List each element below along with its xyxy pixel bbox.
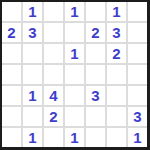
cell-r4c7[interactable]	[128, 65, 147, 84]
cell-r7c7-clue: 1	[128, 128, 147, 147]
cell-r5c2-clue: 1	[23, 86, 42, 105]
cell-r1c1[interactable]	[2, 2, 21, 21]
cell-r6c1[interactable]	[2, 107, 21, 126]
cell-r7c5[interactable]	[86, 128, 105, 147]
cell-r1c2-clue: 1	[23, 2, 42, 21]
cell-r3c4-clue: 1	[65, 44, 84, 63]
cell-r6c7-clue: 3	[128, 107, 147, 126]
cell-r4c4[interactable]	[65, 65, 84, 84]
cell-r7c6[interactable]	[107, 128, 126, 147]
cell-r3c3[interactable]	[44, 44, 63, 63]
cell-r2c2-clue: 3	[23, 23, 42, 42]
cell-r5c7[interactable]	[128, 86, 147, 105]
cell-r4c6[interactable]	[107, 65, 126, 84]
cell-r5c4[interactable]	[65, 86, 84, 105]
cell-r2c1-clue: 2	[2, 23, 21, 42]
cell-r2c7[interactable]	[128, 23, 147, 42]
cell-r7c4-clue: 1	[65, 128, 84, 147]
cell-r2c6-clue: 3	[107, 23, 126, 42]
cell-r6c2[interactable]	[23, 107, 42, 126]
cell-r5c1[interactable]	[2, 86, 21, 105]
cell-r1c4-clue: 1	[65, 2, 84, 21]
cell-r2c5-clue: 2	[86, 23, 105, 42]
cell-r6c5[interactable]	[86, 107, 105, 126]
cell-r7c3[interactable]	[44, 128, 63, 147]
cell-r6c6[interactable]	[107, 107, 126, 126]
cell-r1c6-clue: 1	[107, 2, 126, 21]
cell-r1c5[interactable]	[86, 2, 105, 21]
cell-r3c1[interactable]	[2, 44, 21, 63]
cell-r3c2[interactable]	[23, 44, 42, 63]
cell-r3c5[interactable]	[86, 44, 105, 63]
cell-r4c1[interactable]	[2, 65, 21, 84]
cell-r6c3-clue: 2	[44, 107, 63, 126]
cell-r3c6-clue: 2	[107, 44, 126, 63]
cell-r3c7[interactable]	[128, 44, 147, 63]
cell-r2c3[interactable]	[44, 23, 63, 42]
cell-r4c3[interactable]	[44, 65, 63, 84]
cell-r7c2-clue: 1	[23, 128, 42, 147]
cell-r5c6[interactable]	[107, 86, 126, 105]
cell-r5c5-clue: 3	[86, 86, 105, 105]
cell-r2c4[interactable]	[65, 23, 84, 42]
cell-r6c4[interactable]	[65, 107, 84, 126]
cell-r7c1[interactable]	[2, 128, 21, 147]
cell-r5c3-clue: 4	[44, 86, 63, 105]
nurikabe-board: 11123231214323111	[0, 0, 150, 150]
cell-r1c7[interactable]	[128, 2, 147, 21]
cell-r4c2[interactable]	[23, 65, 42, 84]
cell-r1c3[interactable]	[44, 2, 63, 21]
cell-r4c5[interactable]	[86, 65, 105, 84]
